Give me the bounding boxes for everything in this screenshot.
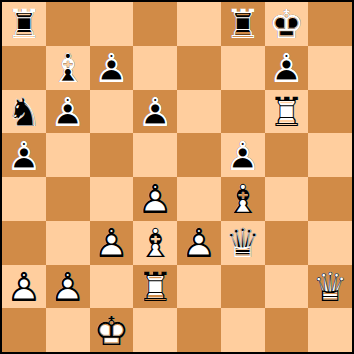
square-d2[interactable]: ♜♖	[133, 265, 177, 309]
square-h5[interactable]	[308, 133, 352, 177]
square-c3[interactable]: ♟♙	[90, 221, 134, 265]
piece-outline-glyph: ♙	[221, 133, 265, 177]
piece-outline-glyph: ♙	[46, 90, 90, 134]
square-f8[interactable]: ♜♖	[221, 2, 265, 46]
piece-outline-glyph: ♙	[90, 221, 134, 265]
white-pawn: ♟♙	[90, 221, 134, 265]
square-e1[interactable]	[177, 308, 221, 352]
piece-outline-glyph: ♙	[2, 265, 46, 309]
square-a4[interactable]	[2, 177, 46, 221]
black-pawn: ♟♙	[265, 46, 309, 90]
piece-outline-glyph: ♗	[133, 221, 177, 265]
black-knight: ♞♘	[2, 90, 46, 134]
white-pawn: ♟♙	[2, 265, 46, 309]
square-e4[interactable]	[177, 177, 221, 221]
white-king: ♚♔	[90, 308, 134, 352]
square-g3[interactable]	[265, 221, 309, 265]
square-e8[interactable]	[177, 2, 221, 46]
black-rook: ♜♖	[221, 2, 265, 46]
square-h6[interactable]	[308, 90, 352, 134]
square-d6[interactable]: ♟♙	[133, 90, 177, 134]
black-bishop: ♝♗	[46, 46, 90, 90]
white-pawn: ♟♙	[46, 265, 90, 309]
black-rook: ♜♖	[2, 2, 46, 46]
piece-outline-glyph: ♙	[90, 46, 134, 90]
square-b7[interactable]: ♝♗	[46, 46, 90, 90]
piece-outline-glyph: ♙	[265, 46, 309, 90]
piece-outline-glyph: ♙	[177, 221, 221, 265]
square-f2[interactable]	[221, 265, 265, 309]
square-g6[interactable]: ♜♖	[265, 90, 309, 134]
black-pawn: ♟♙	[46, 90, 90, 134]
square-g4[interactable]	[265, 177, 309, 221]
square-a1[interactable]	[2, 308, 46, 352]
piece-outline-glyph: ♘	[2, 90, 46, 134]
piece-outline-glyph: ♗	[46, 46, 90, 90]
black-pawn: ♟♙	[2, 133, 46, 177]
square-a8[interactable]: ♜♖	[2, 2, 46, 46]
square-f4[interactable]: ♝♗	[221, 177, 265, 221]
square-e3[interactable]: ♟♙	[177, 221, 221, 265]
square-c8[interactable]	[90, 2, 134, 46]
square-b8[interactable]	[46, 2, 90, 46]
piece-outline-glyph: ♕	[221, 221, 265, 265]
square-d7[interactable]	[133, 46, 177, 90]
square-a3[interactable]	[2, 221, 46, 265]
square-b5[interactable]	[46, 133, 90, 177]
square-c1[interactable]: ♚♔	[90, 308, 134, 352]
piece-outline-glyph: ♙	[133, 90, 177, 134]
square-a6[interactable]: ♞♘	[2, 90, 46, 134]
square-f1[interactable]	[221, 308, 265, 352]
square-h4[interactable]	[308, 177, 352, 221]
square-b2[interactable]: ♟♙	[46, 265, 90, 309]
square-c2[interactable]	[90, 265, 134, 309]
square-e7[interactable]	[177, 46, 221, 90]
square-c6[interactable]	[90, 90, 134, 134]
square-h8[interactable]	[308, 2, 352, 46]
square-a2[interactable]: ♟♙	[2, 265, 46, 309]
square-d5[interactable]	[133, 133, 177, 177]
square-c4[interactable]	[90, 177, 134, 221]
white-bishop: ♝♗	[133, 221, 177, 265]
square-f3[interactable]: ♛♕	[221, 221, 265, 265]
black-pawn: ♟♙	[133, 90, 177, 134]
square-a7[interactable]	[2, 46, 46, 90]
square-g2[interactable]	[265, 265, 309, 309]
square-c5[interactable]	[90, 133, 134, 177]
square-f5[interactable]: ♟♙	[221, 133, 265, 177]
square-g7[interactable]: ♟♙	[265, 46, 309, 90]
piece-outline-glyph: ♙	[46, 265, 90, 309]
square-e5[interactable]	[177, 133, 221, 177]
square-d4[interactable]: ♟♙	[133, 177, 177, 221]
square-c7[interactable]: ♟♙	[90, 46, 134, 90]
black-queen: ♛♕	[221, 221, 265, 265]
square-h2[interactable]: ♛♕	[308, 265, 352, 309]
square-h7[interactable]	[308, 46, 352, 90]
white-rook: ♜♖	[133, 265, 177, 309]
square-g5[interactable]	[265, 133, 309, 177]
white-pawn: ♟♙	[133, 177, 177, 221]
white-rook: ♜♖	[265, 90, 309, 134]
square-h3[interactable]	[308, 221, 352, 265]
square-b6[interactable]: ♟♙	[46, 90, 90, 134]
white-pawn: ♟♙	[177, 221, 221, 265]
piece-outline-glyph: ♖	[265, 90, 309, 134]
black-pawn: ♟♙	[221, 133, 265, 177]
square-b4[interactable]	[46, 177, 90, 221]
white-queen: ♛♕	[308, 265, 352, 309]
square-e6[interactable]	[177, 90, 221, 134]
piece-outline-glyph: ♖	[2, 2, 46, 46]
square-g8[interactable]: ♚♔	[265, 2, 309, 46]
piece-outline-glyph: ♙	[2, 133, 46, 177]
square-f7[interactable]	[221, 46, 265, 90]
square-d8[interactable]	[133, 2, 177, 46]
black-pawn: ♟♙	[90, 46, 134, 90]
square-d3[interactable]: ♝♗	[133, 221, 177, 265]
piece-outline-glyph: ♗	[221, 177, 265, 221]
piece-outline-glyph: ♔	[265, 2, 309, 46]
square-b1[interactable]	[46, 308, 90, 352]
square-f6[interactable]	[221, 90, 265, 134]
piece-outline-glyph: ♖	[221, 2, 265, 46]
piece-outline-glyph: ♔	[90, 308, 134, 352]
square-e2[interactable]	[177, 265, 221, 309]
square-g1[interactable]	[265, 308, 309, 352]
piece-outline-glyph: ♙	[133, 177, 177, 221]
square-h1[interactable]	[308, 308, 352, 352]
piece-outline-glyph: ♖	[133, 265, 177, 309]
chess-board: ♜♖♜♖♚♔♝♗♟♙♟♙♞♘♟♙♟♙♜♖♟♙♟♙♟♙♝♗♟♙♝♗♟♙♛♕♟♙♟♙…	[0, 0, 354, 354]
square-b3[interactable]	[46, 221, 90, 265]
white-bishop: ♝♗	[221, 177, 265, 221]
piece-outline-glyph: ♕	[308, 265, 352, 309]
black-king: ♚♔	[265, 2, 309, 46]
square-a5[interactable]: ♟♙	[2, 133, 46, 177]
square-d1[interactable]	[133, 308, 177, 352]
